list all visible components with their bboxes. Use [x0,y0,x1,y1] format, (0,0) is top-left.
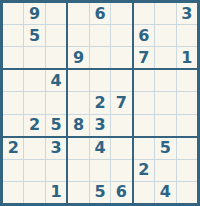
cell-r2c3[interactable] [46,25,66,46]
cell-r3c8[interactable] [155,47,175,68]
cell-r8c2[interactable] [24,160,44,181]
cell-r5c7[interactable] [134,92,154,113]
cell-r9c8[interactable]: 4 [155,182,175,203]
cell-r3c5[interactable] [90,47,110,68]
cell-r6c7[interactable] [134,115,154,136]
cell-r4c6[interactable] [111,70,131,91]
cell-r2c8[interactable] [155,25,175,46]
cell-r3c9[interactable]: 1 [177,47,197,68]
box-1-2: 69 [68,3,131,68]
cell-r5c9[interactable] [177,92,197,113]
cell-r9c6[interactable]: 6 [111,182,131,203]
cell-r7c8[interactable]: 5 [155,138,175,159]
cell-r8c8[interactable] [155,160,175,181]
cell-r2c2[interactable]: 5 [24,25,44,46]
cell-r3c6[interactable] [111,47,131,68]
cell-r1c5[interactable]: 6 [90,3,110,24]
cell-r6c3[interactable]: 5 [46,115,66,136]
cell-r2c6[interactable] [111,25,131,46]
cell-r6c1[interactable] [3,115,23,136]
cell-r7c5[interactable]: 4 [90,138,110,159]
cell-r7c4[interactable] [68,138,88,159]
cell-r2c1[interactable] [3,25,23,46]
cell-r2c4[interactable] [68,25,88,46]
cell-r6c4[interactable]: 8 [68,115,88,136]
cell-r8c1[interactable] [3,160,23,181]
cell-r1c9[interactable]: 3 [177,3,197,24]
cell-r8c6[interactable] [111,160,131,181]
cell-r7c9[interactable] [177,138,197,159]
cell-r4c4[interactable] [68,70,88,91]
cell-r5c2[interactable] [24,92,44,113]
cell-r3c3[interactable] [46,47,66,68]
cell-r4c9[interactable] [177,70,197,91]
cell-r6c9[interactable] [177,115,197,136]
cell-r9c4[interactable] [68,182,88,203]
cell-r2c9[interactable] [177,25,197,46]
cell-r4c1[interactable] [3,70,23,91]
cell-r8c3[interactable] [46,160,66,181]
box-3-1: 231 [3,138,66,203]
cell-r1c4[interactable] [68,3,88,24]
box-1-1: 95 [3,3,66,68]
cell-r7c7[interactable] [134,138,154,159]
cell-r5c4[interactable] [68,92,88,113]
cell-r6c5[interactable]: 3 [90,115,110,136]
cell-r4c5[interactable] [90,70,110,91]
cell-r8c4[interactable] [68,160,88,181]
cell-r3c2[interactable] [24,47,44,68]
cell-r9c7[interactable] [134,182,154,203]
box-2-2: 2783 [68,70,131,135]
cell-r4c8[interactable] [155,70,175,91]
cell-r7c2[interactable] [24,138,44,159]
cell-r1c1[interactable] [3,3,23,24]
cell-r5c6[interactable]: 7 [111,92,131,113]
cell-r5c1[interactable] [3,92,23,113]
cell-r6c2[interactable]: 2 [24,115,44,136]
box-3-3: 524 [134,138,197,203]
cell-r4c7[interactable] [134,70,154,91]
cell-r2c5[interactable] [90,25,110,46]
cell-r8c5[interactable] [90,160,110,181]
cell-r9c1[interactable] [3,182,23,203]
cell-r6c6[interactable] [111,115,131,136]
cell-r5c3[interactable] [46,92,66,113]
cell-r4c2[interactable] [24,70,44,91]
cell-r8c9[interactable] [177,160,197,181]
box-2-3 [134,70,197,135]
box-1-3: 3671 [134,3,197,68]
cell-r7c6[interactable] [111,138,131,159]
cell-r7c3[interactable]: 3 [46,138,66,159]
sudoku-board: 956936714252783231456524 [0,0,200,206]
cell-r9c5[interactable]: 5 [90,182,110,203]
cell-r3c1[interactable] [3,47,23,68]
cell-r7c1[interactable]: 2 [3,138,23,159]
box-3-2: 456 [68,138,131,203]
cell-r1c3[interactable] [46,3,66,24]
cell-r5c5[interactable]: 2 [90,92,110,113]
cell-r1c8[interactable] [155,3,175,24]
cell-r5c8[interactable] [155,92,175,113]
cell-r1c7[interactable] [134,3,154,24]
box-2-1: 425 [3,70,66,135]
cell-r6c8[interactable] [155,115,175,136]
cell-r8c7[interactable]: 2 [134,160,154,181]
cell-r1c2[interactable]: 9 [24,3,44,24]
cell-r9c3[interactable]: 1 [46,182,66,203]
cell-r4c3[interactable]: 4 [46,70,66,91]
cell-r3c7[interactable]: 7 [134,47,154,68]
cell-r9c9[interactable] [177,182,197,203]
cell-r2c7[interactable]: 6 [134,25,154,46]
cell-r9c2[interactable] [24,182,44,203]
cell-r1c6[interactable] [111,3,131,24]
cell-r3c4[interactable]: 9 [68,47,88,68]
